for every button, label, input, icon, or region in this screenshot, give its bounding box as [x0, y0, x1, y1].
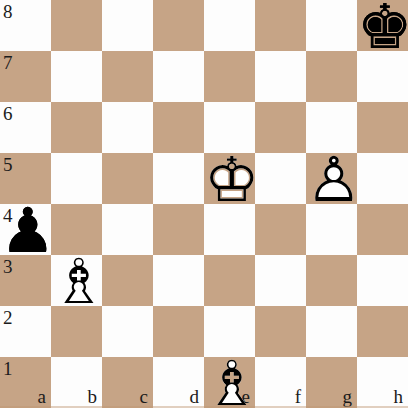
- chess-board: 8♚♚765♚♔♟♙4♟♟3♝♗21abcde♝♗fgh: [0, 0, 408, 408]
- square-d4[interactable]: [153, 204, 204, 255]
- rank-label-2: 2: [3, 308, 13, 327]
- square-a4[interactable]: 4♟♟: [0, 204, 51, 255]
- square-h3[interactable]: [357, 255, 408, 306]
- piece-outline-layer: ♚: [357, 1, 408, 52]
- square-b3[interactable]: ♝♗: [51, 255, 102, 306]
- square-a1[interactable]: 1a: [0, 357, 51, 408]
- square-g8[interactable]: [306, 0, 357, 51]
- piece-white-pawn-g5[interactable]: ♟♙: [306, 153, 357, 204]
- square-g3[interactable]: [306, 255, 357, 306]
- square-c5[interactable]: [102, 153, 153, 204]
- square-c4[interactable]: [102, 204, 153, 255]
- square-f2[interactable]: [255, 306, 306, 357]
- piece-outline-layer: ♔: [204, 154, 255, 205]
- piece-fill-layer: ♝: [204, 358, 255, 408]
- square-d8[interactable]: [153, 0, 204, 51]
- file-label-d: d: [190, 387, 200, 406]
- square-f7[interactable]: [255, 51, 306, 102]
- piece-outline-layer: ♗: [204, 358, 255, 408]
- square-c2[interactable]: [102, 306, 153, 357]
- square-f3[interactable]: [255, 255, 306, 306]
- square-b8[interactable]: [51, 0, 102, 51]
- square-h6[interactable]: [357, 102, 408, 153]
- rank-label-5: 5: [3, 155, 13, 174]
- square-g7[interactable]: [306, 51, 357, 102]
- square-a5[interactable]: 5: [0, 153, 51, 204]
- square-b1[interactable]: b: [51, 357, 102, 408]
- square-h7[interactable]: [357, 51, 408, 102]
- square-f8[interactable]: [255, 0, 306, 51]
- file-label-f: f: [295, 387, 301, 406]
- square-d2[interactable]: [153, 306, 204, 357]
- rank-label-3: 3: [3, 257, 13, 276]
- square-c8[interactable]: [102, 0, 153, 51]
- rank-label-7: 7: [3, 53, 13, 72]
- square-g1[interactable]: g: [306, 357, 357, 408]
- square-d1[interactable]: d: [153, 357, 204, 408]
- square-g4[interactable]: [306, 204, 357, 255]
- square-a7[interactable]: 7: [0, 51, 51, 102]
- piece-outline-layer: ♗: [51, 256, 102, 307]
- rank-label-6: 6: [3, 104, 13, 123]
- square-e6[interactable]: [204, 102, 255, 153]
- square-g6[interactable]: [306, 102, 357, 153]
- square-c7[interactable]: [102, 51, 153, 102]
- piece-outline-layer: ♙: [306, 154, 357, 205]
- square-f1[interactable]: f: [255, 357, 306, 408]
- square-a6[interactable]: 6: [0, 102, 51, 153]
- rank-label-8: 8: [3, 2, 13, 21]
- square-e2[interactable]: [204, 306, 255, 357]
- square-e8[interactable]: [204, 0, 255, 51]
- square-a3[interactable]: 3: [0, 255, 51, 306]
- square-e3[interactable]: [204, 255, 255, 306]
- square-h4[interactable]: [357, 204, 408, 255]
- rank-label-1: 1: [3, 359, 13, 378]
- square-f4[interactable]: [255, 204, 306, 255]
- piece-fill-layer: ♟: [0, 205, 51, 256]
- piece-fill-layer: ♚: [204, 154, 255, 205]
- file-label-g: g: [343, 387, 353, 406]
- square-c3[interactable]: [102, 255, 153, 306]
- square-e7[interactable]: [204, 51, 255, 102]
- file-label-h: h: [394, 387, 404, 406]
- square-h2[interactable]: [357, 306, 408, 357]
- piece-white-bishop-e1[interactable]: ♝♗: [204, 357, 255, 408]
- square-d7[interactable]: [153, 51, 204, 102]
- piece-white-king-e5[interactable]: ♚♔: [204, 153, 255, 204]
- piece-white-bishop-b3[interactable]: ♝♗: [51, 255, 102, 306]
- square-b7[interactable]: [51, 51, 102, 102]
- piece-outline-layer: ♟: [0, 205, 51, 256]
- square-h5[interactable]: [357, 153, 408, 204]
- square-b5[interactable]: [51, 153, 102, 204]
- square-g5[interactable]: ♟♙: [306, 153, 357, 204]
- piece-fill-layer: ♝: [51, 256, 102, 307]
- square-b6[interactable]: [51, 102, 102, 153]
- square-a2[interactable]: 2: [0, 306, 51, 357]
- square-d3[interactable]: [153, 255, 204, 306]
- square-b4[interactable]: [51, 204, 102, 255]
- piece-black-king-h8[interactable]: ♚♚: [357, 0, 408, 51]
- square-e4[interactable]: [204, 204, 255, 255]
- square-c1[interactable]: c: [102, 357, 153, 408]
- square-f6[interactable]: [255, 102, 306, 153]
- square-d5[interactable]: [153, 153, 204, 204]
- square-e1[interactable]: e♝♗: [204, 357, 255, 408]
- piece-fill-layer: ♟: [306, 154, 357, 205]
- piece-fill-layer: ♚: [357, 1, 408, 52]
- file-label-c: c: [140, 387, 148, 406]
- square-h8[interactable]: ♚♚: [357, 0, 408, 51]
- file-label-b: b: [88, 387, 98, 406]
- square-h1[interactable]: h: [357, 357, 408, 408]
- square-a8[interactable]: 8: [0, 0, 51, 51]
- square-c6[interactable]: [102, 102, 153, 153]
- square-e5[interactable]: ♚♔: [204, 153, 255, 204]
- square-g2[interactable]: [306, 306, 357, 357]
- piece-black-pawn-a4[interactable]: ♟♟: [0, 204, 51, 255]
- square-d6[interactable]: [153, 102, 204, 153]
- file-label-a: a: [38, 387, 46, 406]
- square-b2[interactable]: [51, 306, 102, 357]
- square-f5[interactable]: [255, 153, 306, 204]
